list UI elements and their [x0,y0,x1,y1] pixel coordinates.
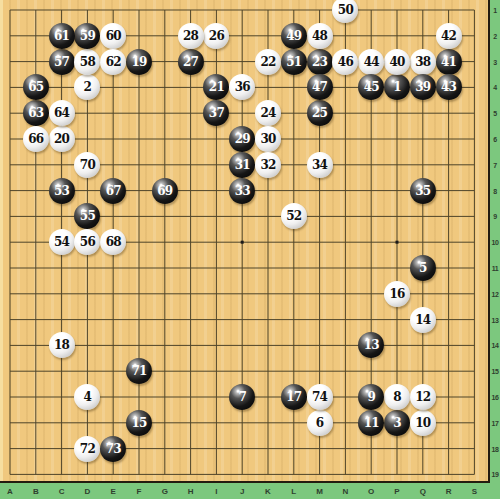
row-label-17: 17 [492,419,499,426]
stone-black-25: 25 [307,100,333,126]
col-label-A: A [7,487,13,496]
row-label-5: 5 [493,110,496,117]
stone-white-66: 66 [23,126,49,152]
stone-black-39: 39 [410,74,436,100]
col-label-L: L [291,487,296,496]
stone-black-53: 53 [49,178,75,204]
stone-white-74: 74 [307,384,333,410]
col-label-B: B [33,487,39,496]
row-label-1: 1 [493,7,496,14]
row-label-2: 2 [493,32,496,39]
col-label-H: H [188,487,194,496]
stone-white-72: 72 [74,436,100,462]
col-label-C: C [59,487,65,496]
stone-black-65: 65 [23,74,49,100]
stone-white-16: 16 [384,281,410,307]
stone-black-35: 35 [410,178,436,204]
star-point [396,241,399,244]
row-label-15: 15 [492,368,499,375]
row-label-16: 16 [492,394,499,401]
stone-white-64: 64 [49,100,75,126]
col-label-K: K [265,487,271,496]
stone-white-34: 34 [307,152,333,178]
stone-white-26: 26 [203,23,229,49]
stone-black-19: 19 [126,49,152,75]
stone-black-33: 33 [229,178,255,204]
stone-white-46: 46 [332,49,358,75]
stone-black-67: 67 [100,178,126,204]
stone-black-57: 57 [49,49,75,75]
col-label-E: E [111,487,116,496]
row-label-7: 7 [493,161,496,168]
stone-black-5: 5 [410,255,436,281]
go-board-surface[interactable]: 1234567891011121314151617181920212223242… [0,0,490,483]
stone-white-42: 42 [436,23,462,49]
go-board-window: 1234567891011121314151617181920212223242… [0,0,500,499]
stone-white-44: 44 [358,49,384,75]
stone-white-40: 40 [384,49,410,75]
stone-black-3: 3 [384,410,410,436]
stone-white-6: 6 [307,410,333,436]
stone-white-28: 28 [178,23,204,49]
row-label-4: 4 [493,84,496,91]
col-label-G: G [162,487,168,496]
col-label-S: S [472,487,477,496]
row-label-12: 12 [492,290,499,297]
stone-black-23: 23 [307,49,333,75]
row-label-18: 18 [492,445,499,452]
stone-black-29: 29 [229,126,255,152]
row-label-9: 9 [493,213,496,220]
col-label-P: P [394,487,399,496]
stone-black-73: 73 [100,436,126,462]
star-point [241,241,244,244]
col-label-R: R [446,487,452,496]
bottom-coordinate-strip: ABCDEFGHIJKLMNOPQRS [0,483,500,499]
stone-white-70: 70 [74,152,100,178]
col-label-M: M [316,487,323,496]
stone-white-10: 10 [410,410,436,436]
stone-black-63: 63 [23,100,49,126]
stone-white-48: 48 [307,23,333,49]
stone-black-17: 17 [281,384,307,410]
stone-black-69: 69 [152,178,178,204]
stone-black-47: 47 [307,74,333,100]
stone-white-22: 22 [255,49,281,75]
stone-black-59: 59 [74,23,100,49]
stone-white-8: 8 [384,384,410,410]
stone-black-11: 11 [358,410,384,436]
stone-black-43: 43 [436,74,462,100]
row-label-10: 10 [492,239,499,246]
row-label-3: 3 [493,58,496,65]
row-label-11: 11 [492,265,498,272]
stone-black-27: 27 [178,49,204,75]
col-label-I: I [215,487,217,496]
stone-black-41: 41 [436,49,462,75]
stone-white-62: 62 [100,49,126,75]
stone-white-18: 18 [49,332,75,358]
right-coordinate-strip: 12345678910111213141516171819 [490,0,500,499]
col-label-F: F [137,487,142,496]
stone-black-49: 49 [281,23,307,49]
stone-black-9: 9 [358,384,384,410]
stone-white-24: 24 [255,100,281,126]
stone-white-60: 60 [100,23,126,49]
stone-black-31: 31 [229,152,255,178]
row-label-8: 8 [493,187,496,194]
col-label-J: J [240,487,244,496]
stone-white-54: 54 [49,229,75,255]
stone-white-58: 58 [74,49,100,75]
row-label-6: 6 [493,136,496,143]
row-label-14: 14 [492,342,499,349]
stone-white-20: 20 [49,126,75,152]
stone-white-38: 38 [410,49,436,75]
row-label-19: 19 [492,471,499,478]
stone-white-12: 12 [410,384,436,410]
row-label-13: 13 [492,316,499,323]
col-label-Q: Q [420,487,426,496]
stone-black-51: 51 [281,49,307,75]
stone-black-15: 15 [126,410,152,436]
stone-black-61: 61 [49,23,75,49]
stone-white-32: 32 [255,152,281,178]
stone-black-7: 7 [229,384,255,410]
stone-black-71: 71 [126,358,152,384]
stone-white-14: 14 [410,307,436,333]
col-label-N: N [343,487,349,496]
stone-white-30: 30 [255,126,281,152]
col-label-O: O [368,487,374,496]
stone-white-52: 52 [281,203,307,229]
col-label-D: D [85,487,91,496]
